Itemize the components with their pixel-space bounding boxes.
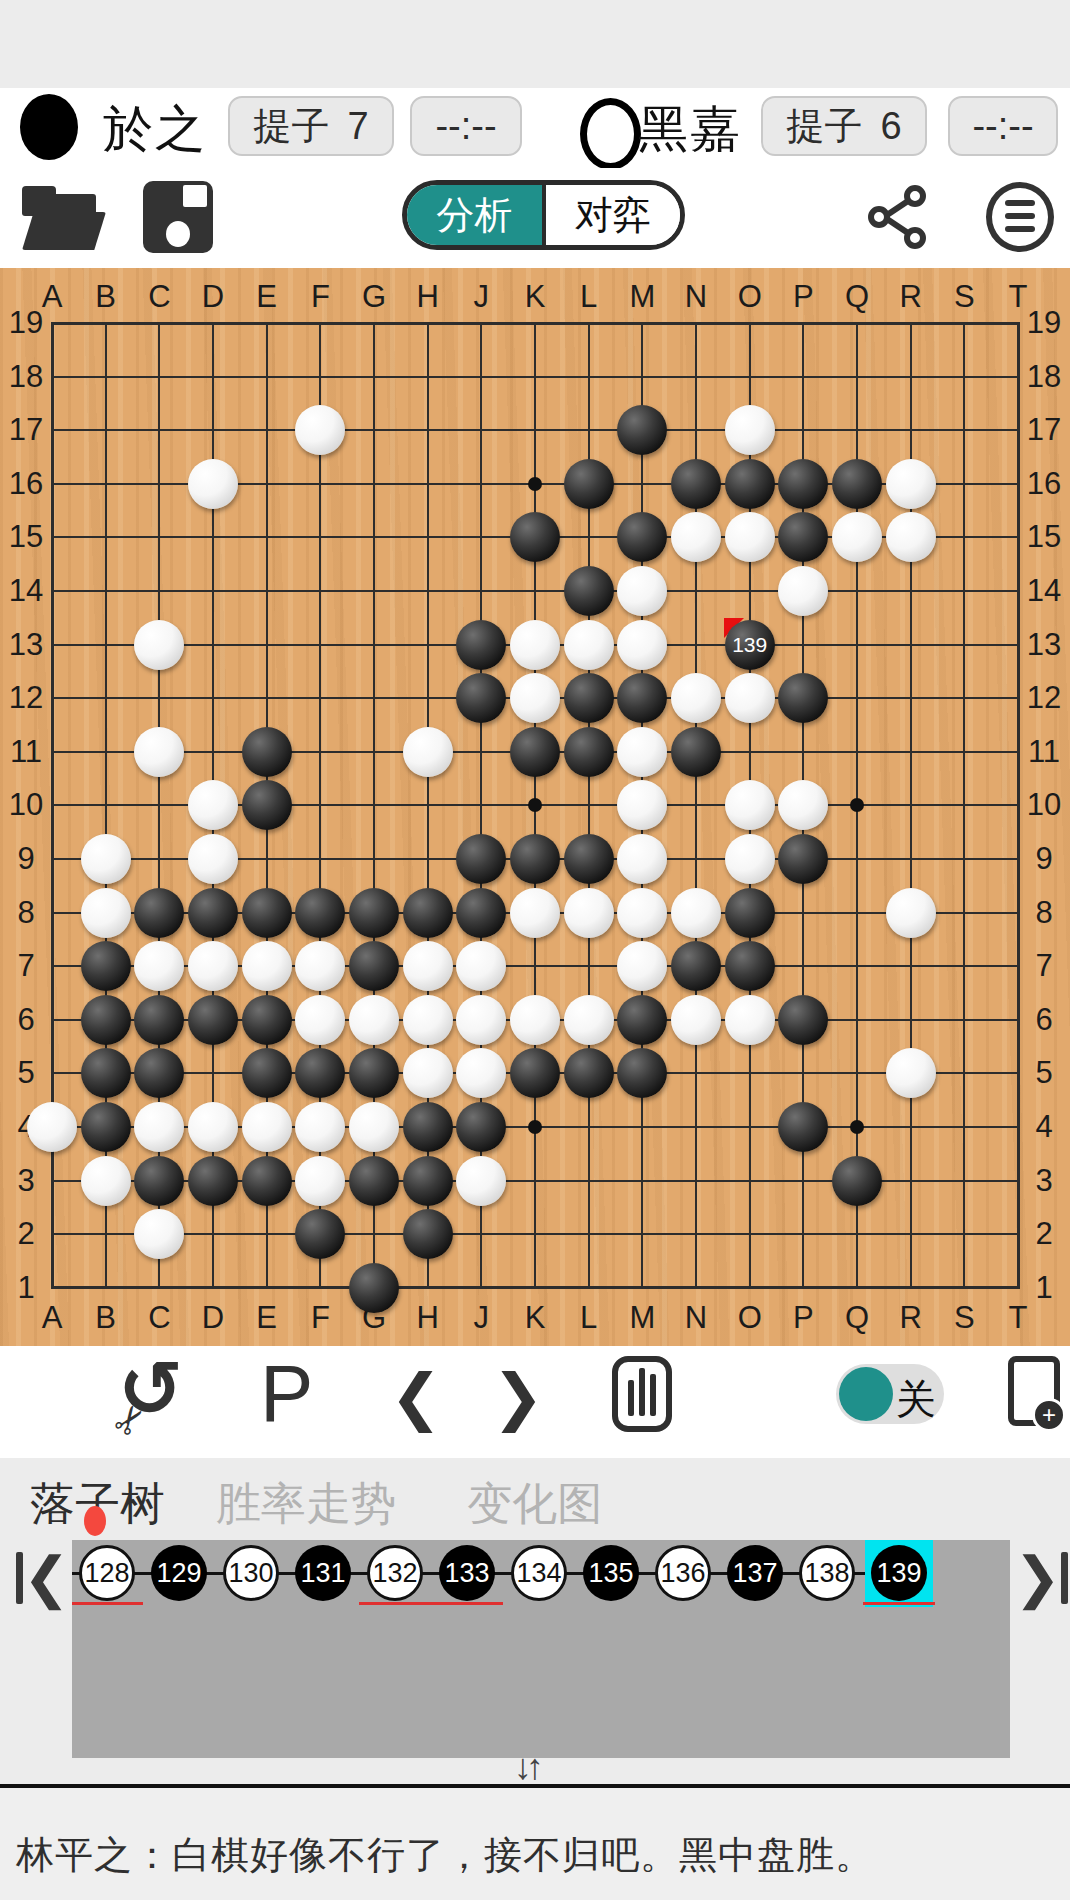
grid-line (51, 1233, 1020, 1235)
stone-black-G5 (349, 1048, 399, 1098)
stone-white-J6 (456, 995, 506, 1045)
last-move-number: 139 (725, 620, 775, 670)
row-label-right-5: 5 (1035, 1055, 1052, 1091)
stone-black-P6 (778, 995, 828, 1045)
row-label-left-10: 10 (9, 787, 43, 823)
row-label-left-12: 12 (9, 680, 43, 716)
row-label-right-17: 17 (1027, 412, 1061, 448)
stone-black-E5 (242, 1048, 292, 1098)
stone-white-L13 (564, 620, 614, 670)
stone-black-E6 (242, 995, 292, 1045)
stone-black-B4 (81, 1102, 131, 1152)
col-label-bottom-B: B (95, 1300, 116, 1336)
new-document-icon[interactable]: + (1008, 1356, 1060, 1426)
stone-black-Q16 (832, 459, 882, 509)
tab-analysis[interactable]: 分析 (407, 185, 546, 245)
stone-black-F5 (295, 1048, 345, 1098)
stone-white-O9 (725, 834, 775, 884)
analysis-switch-label: 关 (896, 1372, 936, 1427)
analysis-switch[interactable]: 关 (836, 1364, 944, 1424)
stone-black-K15 (510, 512, 560, 562)
star-point (850, 798, 864, 812)
stone-black-D3 (188, 1156, 238, 1206)
stone-white-M8 (617, 888, 667, 938)
share-icon[interactable] (866, 184, 932, 250)
row-label-left-17: 17 (9, 412, 43, 448)
move-node-138[interactable]: 138 (799, 1545, 855, 1601)
white-captures-count: 6 (880, 105, 901, 148)
stone-white-C4 (134, 1102, 184, 1152)
stone-black-B7 (81, 941, 131, 991)
analysis-switch-knob (839, 1367, 893, 1421)
white-captures-label: 提子 (786, 101, 862, 152)
comment-area: 林平之：白棋好像不行了，接不归吧。黑中盘胜。 (0, 1788, 1070, 1900)
col-label-bottom-J: J (474, 1300, 490, 1336)
move-node-129[interactable]: 129 (151, 1545, 207, 1601)
previous-move-icon[interactable]: ❮ (390, 1360, 442, 1433)
stone-white-F6 (295, 995, 345, 1045)
star-point (528, 477, 542, 491)
stone-white-O17 (725, 405, 775, 455)
stone-white-R8 (886, 888, 936, 938)
app-screen: 於之 提子 7 --:-- 黑嘉 提子 6 --:-- 分析 对弈 (0, 0, 1070, 1900)
stone-black-D6 (188, 995, 238, 1045)
action-bar: 分析 对弈 (0, 168, 1070, 268)
col-label-top-G: G (362, 279, 386, 315)
stone-white-H11 (403, 727, 453, 777)
stone-white-N15 (671, 512, 721, 562)
stone-white-C2 (134, 1209, 184, 1259)
stone-black-H4 (403, 1102, 453, 1152)
col-label-bottom-H: H (416, 1300, 438, 1336)
stone-white-G6 (349, 995, 399, 1045)
stone-black-C8 (134, 888, 184, 938)
stone-white-P14 (778, 566, 828, 616)
row-label-right-19: 19 (1027, 305, 1061, 341)
col-label-bottom-A: A (42, 1300, 63, 1336)
row-label-left-18: 18 (9, 359, 43, 395)
stone-white-H5 (403, 1048, 453, 1098)
stone-white-N6 (671, 995, 721, 1045)
stone-white-B8 (81, 888, 131, 938)
row-label-left-16: 16 (9, 466, 43, 502)
stone-white-J3 (456, 1156, 506, 1206)
chart-icon[interactable] (612, 1356, 672, 1432)
move-node-128[interactable]: 128 (79, 1545, 135, 1601)
row-label-left-14: 14 (9, 573, 43, 609)
comment-text: 林平之：白棋好像不行了，接不归吧。黑中盘胜。 (16, 1830, 874, 1881)
black-clock-button[interactable]: --:-- (410, 96, 522, 156)
stone-black-D8 (188, 888, 238, 938)
stone-black-G3 (349, 1156, 399, 1206)
col-label-top-P: P (793, 279, 814, 315)
white-player-name: 黑嘉 (638, 96, 742, 163)
stone-black-L12 (564, 673, 614, 723)
row-label-left-5: 5 (17, 1055, 34, 1091)
stone-white-H7 (403, 941, 453, 991)
stone-white-R5 (886, 1048, 936, 1098)
stone-black-P9 (778, 834, 828, 884)
row-label-left-19: 19 (9, 305, 43, 341)
stone-black-K9 (510, 834, 560, 884)
stone-white-M13 (617, 620, 667, 670)
move-node-130[interactable]: 130 (223, 1545, 279, 1601)
undo-cut-branch-icon[interactable]: ↺ ✂ (112, 1352, 202, 1444)
stone-black-M5 (617, 1048, 667, 1098)
move-tree-panel[interactable]: 128129130131132133134135136137138139 (72, 1540, 1010, 1758)
stone-white-M14 (617, 566, 667, 616)
col-label-top-B: B (95, 279, 116, 315)
stone-white-M11 (617, 727, 667, 777)
move-node-132[interactable]: 132 (367, 1545, 423, 1601)
active-tab-indicator-dot (84, 1506, 106, 1536)
stone-black-M15 (617, 512, 667, 562)
stone-white-L6 (564, 995, 614, 1045)
move-node-139[interactable]: 139 (871, 1545, 927, 1601)
stone-white-R15 (886, 512, 936, 562)
stone-white-E4 (242, 1102, 292, 1152)
pass-button[interactable]: P (260, 1348, 313, 1440)
stone-white-M7 (617, 941, 667, 991)
stone-white-K12 (510, 673, 560, 723)
col-label-top-O: O (738, 279, 762, 315)
row-label-left-8: 8 (17, 895, 34, 931)
mode-toggle[interactable]: 分析 对弈 (402, 180, 685, 250)
move-node-136[interactable]: 136 (655, 1545, 711, 1601)
stone-white-R16 (886, 459, 936, 509)
white-clock-button[interactable]: --:-- (948, 96, 1058, 156)
col-label-top-C: C (148, 279, 170, 315)
tab-winrate-trend[interactable]: 胜率走势 (216, 1474, 396, 1534)
panel-resize-handle[interactable]: ↓↑ (514, 1746, 538, 1788)
col-label-bottom-E: E (256, 1300, 277, 1336)
stone-white-D4 (188, 1102, 238, 1152)
save-icon[interactable] (143, 181, 213, 253)
stone-white-D9 (188, 834, 238, 884)
stone-white-O12 (725, 673, 775, 723)
stone-black-L16 (564, 459, 614, 509)
col-label-top-A: A (42, 279, 63, 315)
stone-black-P16 (778, 459, 828, 509)
stone-white-D7 (188, 941, 238, 991)
col-label-bottom-F: F (311, 1300, 330, 1336)
stone-white-D16 (188, 459, 238, 509)
row-label-left-1: 1 (17, 1270, 34, 1306)
open-file-icon[interactable] (22, 186, 108, 250)
stone-black-M12 (617, 673, 667, 723)
stone-white-E7 (242, 941, 292, 991)
stone-white-N8 (671, 888, 721, 938)
white-captures-button[interactable]: 提子 6 (761, 96, 927, 156)
white-clock-value: --:-- (972, 105, 1033, 148)
stone-black-E8 (242, 888, 292, 938)
stone-black-N11 (671, 727, 721, 777)
move-node-133[interactable]: 133 (439, 1545, 495, 1601)
stone-black-M17 (617, 405, 667, 455)
row-label-left-9: 9 (17, 841, 34, 877)
go-to-end-icon[interactable]: ❯ (1014, 1545, 1068, 1610)
grid-line (963, 322, 965, 1289)
move-node-137[interactable]: 137 (727, 1545, 783, 1601)
black-player-name: 於之 (103, 96, 207, 163)
stone-black-C5 (134, 1048, 184, 1098)
col-label-top-E: E (256, 279, 277, 315)
stone-white-J7 (456, 941, 506, 991)
black-clock-value: --:-- (435, 105, 496, 148)
stone-white-K6 (510, 995, 560, 1045)
stone-black-K11 (510, 727, 560, 777)
white-player-stone-icon (580, 98, 641, 170)
menu-icon[interactable] (986, 182, 1054, 252)
navigation-toolbar: ↺ ✂ P ❮ ❯ 关 + (0, 1346, 1070, 1458)
black-captures-label: 提子 (253, 101, 329, 152)
stone-white-C13 (134, 620, 184, 670)
stone-white-L8 (564, 888, 614, 938)
col-label-top-N: N (685, 279, 707, 315)
col-label-top-F: F (311, 279, 330, 315)
move-underline (863, 1602, 935, 1605)
stone-black-J4 (456, 1102, 506, 1152)
stone-white-F17 (295, 405, 345, 455)
stone-black-P4 (778, 1102, 828, 1152)
tab-variation-diagram[interactable]: 变化图 (467, 1474, 602, 1534)
col-label-top-M: M (629, 279, 655, 315)
stone-white-G4 (349, 1102, 399, 1152)
stone-black-G8 (349, 888, 399, 938)
move-node-131[interactable]: 131 (295, 1545, 351, 1601)
stone-white-M10 (617, 780, 667, 830)
status-bar (0, 0, 1070, 88)
stone-white-C7 (134, 941, 184, 991)
stone-white-C11 (134, 727, 184, 777)
grid-line (51, 1286, 1020, 1289)
move-node-135[interactable]: 135 (583, 1545, 639, 1601)
stone-white-B9 (81, 834, 131, 884)
col-label-bottom-R: R (900, 1300, 922, 1336)
row-label-right-1: 1 (1035, 1270, 1052, 1306)
col-label-bottom-C: C (148, 1300, 170, 1336)
col-label-bottom-P: P (793, 1300, 814, 1336)
row-label-left-6: 6 (17, 1002, 34, 1038)
row-label-right-3: 3 (1035, 1163, 1052, 1199)
stone-black-E11 (242, 727, 292, 777)
stone-black-B5 (81, 1048, 131, 1098)
stone-black-L11 (564, 727, 614, 777)
col-label-top-D: D (202, 279, 224, 315)
move-node-134[interactable]: 134 (511, 1545, 567, 1601)
row-label-right-12: 12 (1027, 680, 1061, 716)
row-label-right-13: 13 (1027, 627, 1061, 663)
stone-black-L9 (564, 834, 614, 884)
stone-black-F8 (295, 888, 345, 938)
stone-black-K5 (510, 1048, 560, 1098)
col-label-top-L: L (580, 279, 597, 315)
stone-white-N12 (671, 673, 721, 723)
col-label-top-K: K (525, 279, 546, 315)
black-player-stone-icon (20, 94, 78, 160)
row-label-right-7: 7 (1035, 948, 1052, 984)
stone-black-H3 (403, 1156, 453, 1206)
next-move-icon[interactable]: ❯ (492, 1360, 544, 1433)
panel-tabs: 落子树 胜率走势 变化图 (0, 1458, 1070, 1540)
col-label-top-Q: Q (845, 279, 869, 315)
stone-black-E3 (242, 1156, 292, 1206)
row-label-left-7: 7 (17, 948, 34, 984)
stone-white-F3 (295, 1156, 345, 1206)
stone-black-O13: 139 (725, 620, 775, 670)
stone-white-Q15 (832, 512, 882, 562)
stone-black-L5 (564, 1048, 614, 1098)
stone-black-H8 (403, 888, 453, 938)
star-point (850, 1120, 864, 1134)
move-underline (359, 1602, 503, 1605)
star-point (528, 1120, 542, 1134)
row-label-right-9: 9 (1035, 841, 1052, 877)
stone-white-O6 (725, 995, 775, 1045)
stone-white-O15 (725, 512, 775, 562)
col-label-bottom-O: O (738, 1300, 762, 1336)
stone-black-B6 (81, 995, 131, 1045)
stone-black-G7 (349, 941, 399, 991)
move-underline (72, 1602, 143, 1605)
player-info-bar: 於之 提子 7 --:-- 黑嘉 提子 6 --:-- (0, 88, 1070, 168)
row-label-right-10: 10 (1027, 787, 1061, 823)
col-label-top-H: H (416, 279, 438, 315)
stone-black-P15 (778, 512, 828, 562)
stone-black-N7 (671, 941, 721, 991)
stone-black-H2 (403, 1209, 453, 1259)
stone-black-O16 (725, 459, 775, 509)
stone-black-J9 (456, 834, 506, 884)
stone-white-K8 (510, 888, 560, 938)
col-label-bottom-N: N (685, 1300, 707, 1336)
row-label-right-18: 18 (1027, 359, 1061, 395)
col-label-top-S: S (954, 279, 975, 315)
stone-white-J5 (456, 1048, 506, 1098)
col-label-bottom-K: K (525, 1300, 546, 1336)
row-label-right-6: 6 (1035, 1002, 1052, 1038)
stone-white-P10 (778, 780, 828, 830)
stone-black-G1 (349, 1263, 399, 1313)
col-label-bottom-M: M (629, 1300, 655, 1336)
col-label-bottom-L: L (580, 1300, 597, 1336)
row-label-left-11: 11 (10, 734, 42, 770)
stone-black-C3 (134, 1156, 184, 1206)
row-label-left-2: 2 (17, 1216, 34, 1252)
stone-white-K13 (510, 620, 560, 670)
row-label-left-15: 15 (9, 519, 43, 555)
stone-white-O10 (725, 780, 775, 830)
stone-black-F2 (295, 1209, 345, 1259)
black-captures-button[interactable]: 提子 7 (228, 96, 394, 156)
stone-white-F7 (295, 941, 345, 991)
stone-white-B3 (81, 1156, 131, 1206)
row-label-right-14: 14 (1027, 573, 1061, 609)
stone-black-J8 (456, 888, 506, 938)
stone-black-Q3 (832, 1156, 882, 1206)
stone-black-E10 (242, 780, 292, 830)
go-board[interactable]: AABBCCDDEEFFGGHHJJKKLLMMNNOOPPQQRRSSTT19… (0, 268, 1070, 1346)
row-label-right-4: 4 (1035, 1109, 1052, 1145)
stone-black-O7 (725, 941, 775, 991)
stone-black-P12 (778, 673, 828, 723)
stone-white-F4 (295, 1102, 345, 1152)
col-label-bottom-S: S (954, 1300, 975, 1336)
stone-black-J13 (456, 620, 506, 670)
stone-black-C6 (134, 995, 184, 1045)
tab-play[interactable]: 对弈 (546, 185, 681, 245)
go-to-start-icon[interactable]: ❮ (16, 1545, 70, 1610)
stone-white-M9 (617, 834, 667, 884)
stone-white-A4 (27, 1102, 77, 1152)
star-point (528, 798, 542, 812)
col-label-top-J: J (474, 279, 490, 315)
stone-white-H6 (403, 995, 453, 1045)
row-label-right-11: 11 (1028, 734, 1060, 770)
stone-black-O8 (725, 888, 775, 938)
row-label-right-15: 15 (1027, 519, 1061, 555)
black-captures-count: 7 (347, 105, 368, 148)
row-label-right-8: 8 (1035, 895, 1052, 931)
row-label-left-3: 3 (17, 1163, 34, 1199)
stone-black-N16 (671, 459, 721, 509)
col-label-bottom-T: T (1009, 1300, 1028, 1336)
col-label-top-R: R (900, 279, 922, 315)
row-label-right-2: 2 (1035, 1216, 1052, 1252)
stone-black-J12 (456, 673, 506, 723)
col-label-top-T: T (1009, 279, 1028, 315)
row-label-right-16: 16 (1027, 466, 1061, 502)
col-label-bottom-D: D (202, 1300, 224, 1336)
stone-white-D10 (188, 780, 238, 830)
plus-badge: + (1032, 1398, 1066, 1432)
col-label-bottom-Q: Q (845, 1300, 869, 1336)
row-label-left-13: 13 (9, 627, 43, 663)
stone-black-L14 (564, 566, 614, 616)
grid-line (1017, 322, 1020, 1289)
stone-black-M6 (617, 995, 667, 1045)
